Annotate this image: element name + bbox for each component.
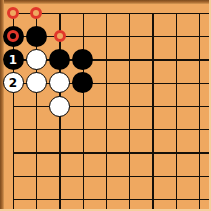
white-stone — [26, 49, 47, 70]
board-point — [25, 71, 48, 94]
board-point — [94, 71, 117, 94]
board-point — [94, 164, 117, 187]
circle-mark-icon — [7, 30, 19, 42]
board-point — [164, 1, 187, 24]
board-point — [1, 141, 24, 164]
board-point — [1, 187, 24, 210]
board-point — [141, 164, 164, 187]
board-point — [141, 94, 164, 117]
board-point — [25, 1, 48, 24]
board-point — [164, 187, 187, 210]
board-point — [118, 187, 141, 210]
board-point — [25, 48, 48, 71]
board-point — [141, 187, 164, 210]
board-point — [164, 94, 187, 117]
board-point — [48, 141, 71, 164]
go-board: 12 — [0, 0, 211, 211]
board-point — [25, 141, 48, 164]
board-point — [187, 141, 210, 164]
board-point — [164, 48, 187, 71]
board-point — [48, 71, 71, 94]
board-point — [1, 94, 24, 117]
board-point: 1 — [1, 48, 24, 71]
board-point — [118, 1, 141, 24]
board-point — [164, 118, 187, 141]
white-stone — [26, 72, 47, 93]
board-point — [164, 71, 187, 94]
board-point — [48, 118, 71, 141]
board-point — [71, 118, 94, 141]
board-point — [71, 164, 94, 187]
board-point — [187, 48, 210, 71]
board-point — [94, 187, 117, 210]
board-point — [25, 94, 48, 117]
board-point — [118, 164, 141, 187]
board-points: 12 — [1, 1, 210, 210]
board-point — [94, 94, 117, 117]
circle-mark-icon — [54, 30, 66, 42]
circle-mark-icon — [7, 7, 19, 19]
board-point — [48, 1, 71, 24]
board-point — [94, 118, 117, 141]
board-point — [94, 48, 117, 71]
board-point — [141, 25, 164, 48]
board-point — [1, 118, 24, 141]
black-stone-move-1: 1 — [3, 49, 24, 70]
black-stone — [72, 72, 93, 93]
circle-mark-icon — [30, 7, 42, 19]
board-point — [118, 118, 141, 141]
board-point — [187, 118, 210, 141]
white-stone — [49, 96, 70, 117]
black-stone — [26, 26, 47, 47]
white-stone-move-2: 2 — [3, 72, 24, 93]
board-point — [141, 1, 164, 24]
board-point — [71, 94, 94, 117]
black-stone — [49, 49, 70, 70]
board-point — [71, 1, 94, 24]
board-point — [141, 141, 164, 164]
black-stone — [72, 49, 93, 70]
board-point — [94, 25, 117, 48]
white-stone — [49, 72, 70, 93]
board-point — [187, 94, 210, 117]
board-point — [118, 71, 141, 94]
board-point — [94, 1, 117, 24]
board-point — [118, 94, 141, 117]
board-point — [187, 164, 210, 187]
board-point — [118, 48, 141, 71]
board-point — [187, 71, 210, 94]
board-point — [164, 141, 187, 164]
board-point — [48, 164, 71, 187]
board-point — [187, 1, 210, 24]
board-point — [71, 187, 94, 210]
board-point — [187, 187, 210, 210]
board-point — [1, 25, 24, 48]
board-point — [141, 118, 164, 141]
board-point — [25, 187, 48, 210]
board-point — [164, 164, 187, 187]
board-point: 2 — [1, 71, 24, 94]
board-point — [1, 164, 24, 187]
board-point — [118, 141, 141, 164]
black-stone — [3, 26, 24, 47]
board-point — [25, 25, 48, 48]
board-point — [25, 118, 48, 141]
board-point — [48, 25, 71, 48]
board-point — [1, 1, 24, 24]
board-point — [141, 71, 164, 94]
board-point — [141, 48, 164, 71]
board-point — [25, 164, 48, 187]
board-point — [187, 25, 210, 48]
board-point — [71, 141, 94, 164]
board-point — [71, 25, 94, 48]
board-point — [164, 25, 187, 48]
board-point — [48, 94, 71, 117]
board-point — [94, 141, 117, 164]
board-point — [48, 187, 71, 210]
board-point — [118, 25, 141, 48]
board-point — [71, 71, 94, 94]
board-point — [48, 48, 71, 71]
board-point — [71, 48, 94, 71]
